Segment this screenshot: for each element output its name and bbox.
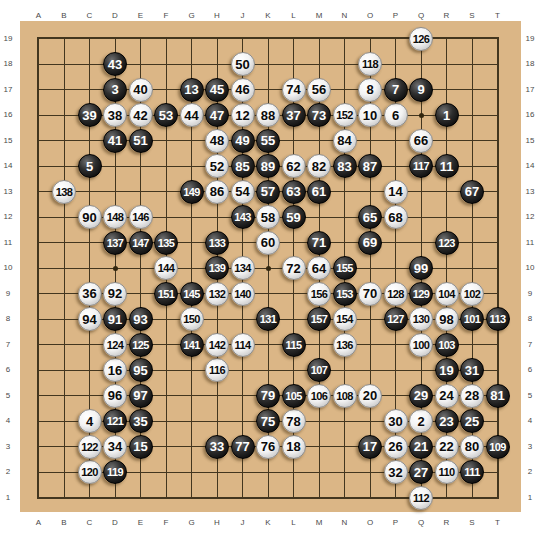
stone-R16[interactable]: 1 bbox=[435, 103, 459, 127]
stone-L3[interactable]: 18 bbox=[282, 435, 306, 459]
row-label-left: 16 bbox=[0, 110, 16, 120]
column-label-top: D bbox=[105, 11, 125, 21]
stone-R7[interactable]: 103 bbox=[435, 333, 459, 357]
stone-L10[interactable]: 72 bbox=[282, 256, 306, 280]
stone-M16[interactable]: 73 bbox=[307, 103, 331, 127]
stone-D5[interactable]: 96 bbox=[103, 384, 127, 408]
row-label-right: 8 bbox=[522, 314, 538, 324]
stone-J15[interactable]: 49 bbox=[231, 129, 255, 153]
stone-Q2[interactable]: 27 bbox=[409, 460, 433, 484]
stone-C3[interactable]: 122 bbox=[78, 435, 102, 459]
stone-O17[interactable]: 8 bbox=[358, 78, 382, 102]
column-label-bottom: F bbox=[156, 518, 176, 528]
row-label-right: 7 bbox=[522, 340, 538, 350]
stone-M8[interactable]: 157 bbox=[307, 307, 331, 331]
stone-J13[interactable]: 54 bbox=[231, 180, 255, 204]
column-label-bottom: D bbox=[105, 518, 125, 528]
column-label-top: A bbox=[29, 11, 49, 21]
row-label-right: 13 bbox=[522, 187, 538, 197]
column-label-bottom: E bbox=[131, 518, 151, 528]
column-label-top: Q bbox=[411, 11, 431, 21]
row-label-right: 9 bbox=[522, 289, 538, 299]
stone-E4[interactable]: 35 bbox=[129, 409, 153, 433]
row-label-left: 8 bbox=[0, 314, 16, 324]
stone-E8[interactable]: 93 bbox=[129, 307, 153, 331]
row-label-right: 5 bbox=[522, 391, 538, 401]
stone-Q10[interactable]: 99 bbox=[409, 256, 433, 280]
stone-O16[interactable]: 10 bbox=[358, 103, 382, 127]
stone-S4[interactable]: 25 bbox=[460, 409, 484, 433]
row-label-left: 1 bbox=[0, 493, 16, 503]
column-label-top: K bbox=[258, 11, 278, 21]
stone-N8[interactable]: 154 bbox=[333, 307, 357, 331]
column-label-top: E bbox=[131, 11, 151, 21]
stone-F11[interactable]: 135 bbox=[154, 231, 178, 255]
stone-G7[interactable]: 141 bbox=[180, 333, 204, 357]
row-label-right: 14 bbox=[522, 161, 538, 171]
row-label-left: 11 bbox=[0, 238, 16, 248]
column-label-bottom: B bbox=[54, 518, 74, 528]
stone-N10[interactable]: 155 bbox=[333, 256, 357, 280]
column-label-top: N bbox=[335, 11, 355, 21]
stone-C14[interactable]: 5 bbox=[78, 154, 102, 178]
column-label-bottom: L bbox=[284, 518, 304, 528]
stone-N14[interactable]: 83 bbox=[333, 154, 357, 178]
row-label-right: 11 bbox=[522, 238, 538, 248]
row-label-right: 19 bbox=[522, 34, 538, 44]
stone-N15[interactable]: 84 bbox=[333, 129, 357, 153]
stone-M9[interactable]: 156 bbox=[307, 282, 331, 306]
stone-O18[interactable]: 118 bbox=[358, 52, 382, 76]
stone-S5[interactable]: 28 bbox=[460, 384, 484, 408]
column-label-bottom: H bbox=[207, 518, 227, 528]
stone-K3[interactable]: 76 bbox=[256, 435, 280, 459]
stone-E11[interactable]: 147 bbox=[129, 231, 153, 255]
stone-M13[interactable]: 61 bbox=[307, 180, 331, 204]
column-label-top: C bbox=[80, 11, 100, 21]
column-label-bottom: S bbox=[462, 518, 482, 528]
stone-O3[interactable]: 17 bbox=[358, 435, 382, 459]
stone-R11[interactable]: 123 bbox=[435, 231, 459, 255]
row-label-right: 2 bbox=[522, 467, 538, 477]
row-label-left: 2 bbox=[0, 467, 16, 477]
stone-T5[interactable]: 81 bbox=[486, 384, 510, 408]
stone-K5[interactable]: 79 bbox=[256, 384, 280, 408]
stone-R14[interactable]: 11 bbox=[435, 154, 459, 178]
column-label-bottom: A bbox=[29, 518, 49, 528]
stone-H15[interactable]: 48 bbox=[205, 129, 229, 153]
stone-M5[interactable]: 106 bbox=[307, 384, 331, 408]
stone-Q9[interactable]: 129 bbox=[409, 282, 433, 306]
stone-H13[interactable]: 86 bbox=[205, 180, 229, 204]
stone-G8[interactable]: 150 bbox=[180, 307, 204, 331]
row-label-right: 16 bbox=[522, 110, 538, 120]
stone-K8[interactable]: 131 bbox=[256, 307, 280, 331]
stone-J14[interactable]: 85 bbox=[231, 154, 255, 178]
stone-G17[interactable]: 13 bbox=[180, 78, 204, 102]
stone-L5[interactable]: 105 bbox=[282, 384, 306, 408]
row-label-left: 6 bbox=[0, 365, 16, 375]
stone-Q14[interactable]: 117 bbox=[409, 154, 433, 178]
row-label-right: 1 bbox=[522, 493, 538, 503]
stone-R4[interactable]: 23 bbox=[435, 409, 459, 433]
stone-D3[interactable]: 34 bbox=[103, 435, 127, 459]
stone-M14[interactable]: 82 bbox=[307, 154, 331, 178]
column-label-bottom: O bbox=[360, 518, 380, 528]
column-label-top: M bbox=[309, 11, 329, 21]
stone-E7[interactable]: 125 bbox=[129, 333, 153, 357]
stone-D18[interactable]: 43 bbox=[103, 52, 127, 76]
stone-K16[interactable]: 88 bbox=[256, 103, 280, 127]
stone-N7[interactable]: 136 bbox=[333, 333, 357, 357]
stone-J12[interactable]: 143 bbox=[231, 205, 255, 229]
row-label-left: 12 bbox=[0, 212, 16, 222]
stone-E15[interactable]: 51 bbox=[129, 129, 153, 153]
stone-G13[interactable]: 149 bbox=[180, 180, 204, 204]
column-label-top: G bbox=[182, 11, 202, 21]
stone-B13[interactable]: 138 bbox=[52, 180, 76, 204]
stone-L16[interactable]: 37 bbox=[282, 103, 306, 127]
stone-F16[interactable]: 53 bbox=[154, 103, 178, 127]
stone-D17[interactable]: 3 bbox=[103, 78, 127, 102]
stone-O5[interactable]: 20 bbox=[358, 384, 382, 408]
stone-R5[interactable]: 24 bbox=[435, 384, 459, 408]
stone-G16[interactable]: 44 bbox=[180, 103, 204, 127]
column-label-top: S bbox=[462, 11, 482, 21]
stone-F9[interactable]: 151 bbox=[154, 282, 178, 306]
column-label-bottom: C bbox=[80, 518, 100, 528]
stone-H16[interactable]: 47 bbox=[205, 103, 229, 127]
stone-H11[interactable]: 133 bbox=[205, 231, 229, 255]
row-label-left: 9 bbox=[0, 289, 16, 299]
row-label-left: 19 bbox=[0, 34, 16, 44]
stone-D8[interactable]: 91 bbox=[103, 307, 127, 331]
column-label-top: L bbox=[284, 11, 304, 21]
stone-E5[interactable]: 97 bbox=[129, 384, 153, 408]
stone-D7[interactable]: 124 bbox=[103, 333, 127, 357]
stone-H17[interactable]: 45 bbox=[205, 78, 229, 102]
column-label-bottom: K bbox=[258, 518, 278, 528]
stone-S9[interactable]: 102 bbox=[460, 282, 484, 306]
stone-E6[interactable]: 95 bbox=[129, 358, 153, 382]
row-label-left: 13 bbox=[0, 187, 16, 197]
stone-Q17[interactable]: 9 bbox=[409, 78, 433, 102]
row-label-right: 12 bbox=[522, 212, 538, 222]
stone-E16[interactable]: 42 bbox=[129, 103, 153, 127]
stone-J17[interactable]: 46 bbox=[231, 78, 255, 102]
stone-L7[interactable]: 115 bbox=[282, 333, 306, 357]
row-label-left: 15 bbox=[0, 136, 16, 146]
row-label-right: 17 bbox=[522, 85, 538, 95]
stone-H6[interactable]: 116 bbox=[205, 358, 229, 382]
stone-C9[interactable]: 36 bbox=[78, 282, 102, 306]
stone-M11[interactable]: 71 bbox=[307, 231, 331, 255]
stone-K4[interactable]: 75 bbox=[256, 409, 280, 433]
stone-Q8[interactable]: 130 bbox=[409, 307, 433, 331]
stone-K12[interactable]: 58 bbox=[256, 205, 280, 229]
row-label-left: 18 bbox=[0, 59, 16, 69]
stone-H9[interactable]: 132 bbox=[205, 282, 229, 306]
stone-Q3[interactable]: 21 bbox=[409, 435, 433, 459]
stone-N9[interactable]: 153 bbox=[333, 282, 357, 306]
column-label-top: O bbox=[360, 11, 380, 21]
stone-H3[interactable]: 33 bbox=[205, 435, 229, 459]
stone-R2[interactable]: 110 bbox=[435, 460, 459, 484]
stone-K14[interactable]: 89 bbox=[256, 154, 280, 178]
stone-H10[interactable]: 139 bbox=[205, 256, 229, 280]
go-game-diagram: AABBCCDDEEFFGGHHJJKKLLMMNNOOPPQQRRSSTT19… bbox=[0, 0, 540, 540]
stone-P3[interactable]: 26 bbox=[384, 435, 408, 459]
stone-S8[interactable]: 101 bbox=[460, 307, 484, 331]
stone-J18[interactable]: 50 bbox=[231, 52, 255, 76]
stone-O14[interactable]: 87 bbox=[358, 154, 382, 178]
stone-E17[interactable]: 40 bbox=[129, 78, 153, 102]
stone-L4[interactable]: 78 bbox=[282, 409, 306, 433]
stone-P9[interactable]: 128 bbox=[384, 282, 408, 306]
stone-C12[interactable]: 90 bbox=[78, 205, 102, 229]
stone-J3[interactable]: 77 bbox=[231, 435, 255, 459]
row-label-left: 10 bbox=[0, 263, 16, 273]
column-label-bottom: R bbox=[437, 518, 457, 528]
column-label-top: B bbox=[54, 11, 74, 21]
column-label-bottom: T bbox=[488, 518, 508, 528]
stone-G9[interactable]: 145 bbox=[180, 282, 204, 306]
stone-P13[interactable]: 14 bbox=[384, 180, 408, 204]
stone-S3[interactable]: 80 bbox=[460, 435, 484, 459]
stone-P2[interactable]: 32 bbox=[384, 460, 408, 484]
stone-J10[interactable]: 134 bbox=[231, 256, 255, 280]
stone-E12[interactable]: 146 bbox=[129, 205, 153, 229]
stone-S2[interactable]: 111 bbox=[460, 460, 484, 484]
row-label-left: 5 bbox=[0, 391, 16, 401]
stone-M6[interactable]: 107 bbox=[307, 358, 331, 382]
stone-N5[interactable]: 108 bbox=[333, 384, 357, 408]
column-label-top: P bbox=[386, 11, 406, 21]
stone-P4[interactable]: 30 bbox=[384, 409, 408, 433]
stone-K15[interactable]: 55 bbox=[256, 129, 280, 153]
column-label-bottom: N bbox=[335, 518, 355, 528]
column-label-top: R bbox=[437, 11, 457, 21]
stone-D11[interactable]: 137 bbox=[103, 231, 127, 255]
stone-P17[interactable]: 7 bbox=[384, 78, 408, 102]
stone-R3[interactable]: 22 bbox=[435, 435, 459, 459]
column-label-bottom: M bbox=[309, 518, 329, 528]
column-label-top: T bbox=[488, 11, 508, 21]
row-label-right: 3 bbox=[522, 442, 538, 452]
row-label-left: 17 bbox=[0, 85, 16, 95]
stone-T3[interactable]: 109 bbox=[486, 435, 510, 459]
stone-Q19[interactable]: 126 bbox=[409, 27, 433, 51]
stone-D16[interactable]: 38 bbox=[103, 103, 127, 127]
stone-R6[interactable]: 19 bbox=[435, 358, 459, 382]
stone-D9[interactable]: 92 bbox=[103, 282, 127, 306]
stone-K11[interactable]: 60 bbox=[256, 231, 280, 255]
stone-S13[interactable]: 67 bbox=[460, 180, 484, 204]
column-label-top: F bbox=[156, 11, 176, 21]
row-label-left: 4 bbox=[0, 416, 16, 426]
column-label-bottom: J bbox=[233, 518, 253, 528]
stone-J9[interactable]: 140 bbox=[231, 282, 255, 306]
column-label-bottom: G bbox=[182, 518, 202, 528]
stone-F10[interactable]: 144 bbox=[154, 256, 178, 280]
stone-P16[interactable]: 6 bbox=[384, 103, 408, 127]
stone-C16[interactable]: 39 bbox=[78, 103, 102, 127]
row-label-right: 6 bbox=[522, 365, 538, 375]
column-label-bottom: P bbox=[386, 518, 406, 528]
stone-M10[interactable]: 64 bbox=[307, 256, 331, 280]
stone-Q15[interactable]: 66 bbox=[409, 129, 433, 153]
stone-D4[interactable]: 121 bbox=[103, 409, 127, 433]
stone-O9[interactable]: 70 bbox=[358, 282, 382, 306]
stone-J16[interactable]: 12 bbox=[231, 103, 255, 127]
stone-H14[interactable]: 52 bbox=[205, 154, 229, 178]
stone-K13[interactable]: 57 bbox=[256, 180, 280, 204]
row-label-right: 10 bbox=[522, 263, 538, 273]
row-label-left: 7 bbox=[0, 340, 16, 350]
stone-C8[interactable]: 94 bbox=[78, 307, 102, 331]
stone-Q4[interactable]: 2 bbox=[409, 409, 433, 433]
stone-S6[interactable]: 31 bbox=[460, 358, 484, 382]
stone-O11[interactable]: 69 bbox=[358, 231, 382, 255]
column-label-top: H bbox=[207, 11, 227, 21]
stone-D15[interactable]: 41 bbox=[103, 129, 127, 153]
stone-D2[interactable]: 119 bbox=[103, 460, 127, 484]
column-label-bottom: Q bbox=[411, 518, 431, 528]
stone-D12[interactable]: 148 bbox=[103, 205, 127, 229]
stone-Q1[interactable]: 112 bbox=[409, 486, 433, 510]
stone-C2[interactable]: 120 bbox=[78, 460, 102, 484]
stone-D6[interactable]: 16 bbox=[103, 358, 127, 382]
stone-L17[interactable]: 74 bbox=[282, 78, 306, 102]
stone-R9[interactable]: 104 bbox=[435, 282, 459, 306]
stone-O12[interactable]: 65 bbox=[358, 205, 382, 229]
stone-H7[interactable]: 142 bbox=[205, 333, 229, 357]
stone-Q7[interactable]: 100 bbox=[409, 333, 433, 357]
stone-R8[interactable]: 98 bbox=[435, 307, 459, 331]
stone-L12[interactable]: 59 bbox=[282, 205, 306, 229]
row-label-right: 15 bbox=[522, 136, 538, 146]
column-label-top: J bbox=[233, 11, 253, 21]
stone-N16[interactable]: 152 bbox=[333, 103, 357, 127]
stone-L14[interactable]: 62 bbox=[282, 154, 306, 178]
stone-M17[interactable]: 56 bbox=[307, 78, 331, 102]
stone-E3[interactable]: 15 bbox=[129, 435, 153, 459]
stone-P8[interactable]: 127 bbox=[384, 307, 408, 331]
stone-L13[interactable]: 63 bbox=[282, 180, 306, 204]
stone-C4[interactable]: 4 bbox=[78, 409, 102, 433]
row-label-right: 18 bbox=[522, 59, 538, 69]
stone-Q5[interactable]: 29 bbox=[409, 384, 433, 408]
row-label-left: 3 bbox=[0, 442, 16, 452]
stone-T8[interactable]: 113 bbox=[486, 307, 510, 331]
stone-J7[interactable]: 114 bbox=[231, 333, 255, 357]
row-label-right: 4 bbox=[522, 416, 538, 426]
row-label-left: 14 bbox=[0, 161, 16, 171]
stone-P12[interactable]: 68 bbox=[384, 205, 408, 229]
